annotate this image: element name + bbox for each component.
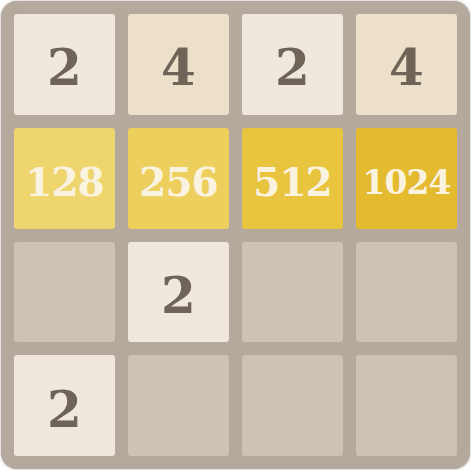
empty-cell-r3c4 [356, 242, 457, 343]
tile-4-r1c2: 4 [128, 14, 229, 115]
tile-value: 256 [139, 163, 217, 202]
tile-4-r1c4: 4 [356, 14, 457, 115]
tile-1024-r2c4: 1024 [356, 128, 457, 229]
tile-2-r1c3: 2 [242, 14, 343, 115]
tile-value: 128 [25, 163, 103, 202]
tile-value: 2 [161, 271, 196, 321]
tile-128-r2c1: 128 [14, 128, 115, 229]
empty-cell-r4c2 [128, 355, 229, 456]
empty-cell-r4c4 [356, 355, 457, 456]
tile-value: 4 [161, 43, 196, 93]
tile-value: 1024 [363, 166, 451, 199]
empty-cell-r3c3 [242, 242, 343, 343]
tile-value: 2 [47, 385, 82, 435]
tile-512-r2c3: 512 [242, 128, 343, 229]
tile-value: 512 [253, 163, 331, 202]
empty-cell-r4c3 [242, 355, 343, 456]
board-2048[interactable]: 2424128256512102422 [1, 1, 470, 469]
empty-cell-r3c1 [14, 242, 115, 343]
page-background: { "game": "2048", "grid": { "rows": 4, "… [0, 0, 471, 470]
tile-2-r4c1: 2 [14, 355, 115, 456]
tile-256-r2c2: 256 [128, 128, 229, 229]
tile-2-r3c2: 2 [128, 242, 229, 343]
tile-value: 2 [47, 43, 82, 93]
tile-value: 4 [389, 43, 424, 93]
tile-value: 2 [275, 43, 310, 93]
tile-2-r1c1: 2 [14, 14, 115, 115]
